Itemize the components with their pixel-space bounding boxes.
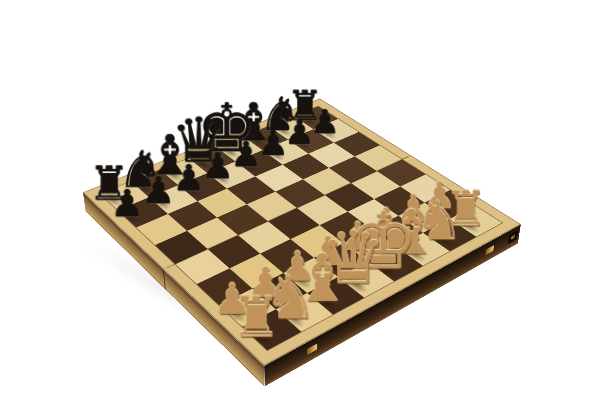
maker-mark-emblem-icon: ♛ <box>509 233 516 242</box>
scene: ♜♟♟♜♞♟♟♞♝♟♟♝♚♟♟♚♛♟♟♛♝♟♟♝♞♟♟♞♜♟♟♜ ♛ <box>0 0 595 406</box>
board-top-surface: ♜♟♟♜♞♟♟♞♝♟♟♝♚♟♟♚♛♟♟♛♝♟♟♝♞♟♟♞♜♟♟♜ <box>83 99 521 366</box>
brass-clasp-icon <box>485 245 494 255</box>
chess-set-product-photo: ♜♟♟♜♞♟♟♞♝♟♟♝♚♟♟♚♛♟♟♛♝♟♟♝♞♟♟♞♜♟♟♜ ♛ <box>0 0 595 406</box>
brass-clasp-icon <box>307 343 317 355</box>
cell-a6 <box>135 214 186 246</box>
maker-mark-logo: ♛ <box>508 230 518 244</box>
black-pawn-icon: ♟ <box>111 185 145 223</box>
chess-board-3d: ♜♟♟♜♞♟♟♞♝♟♟♝♚♟♟♚♛♟♟♛♝♟♟♝♞♟♟♞♜♟♟♜ ♛ <box>83 99 521 366</box>
white-rook-icon: ♜ <box>231 289 281 345</box>
